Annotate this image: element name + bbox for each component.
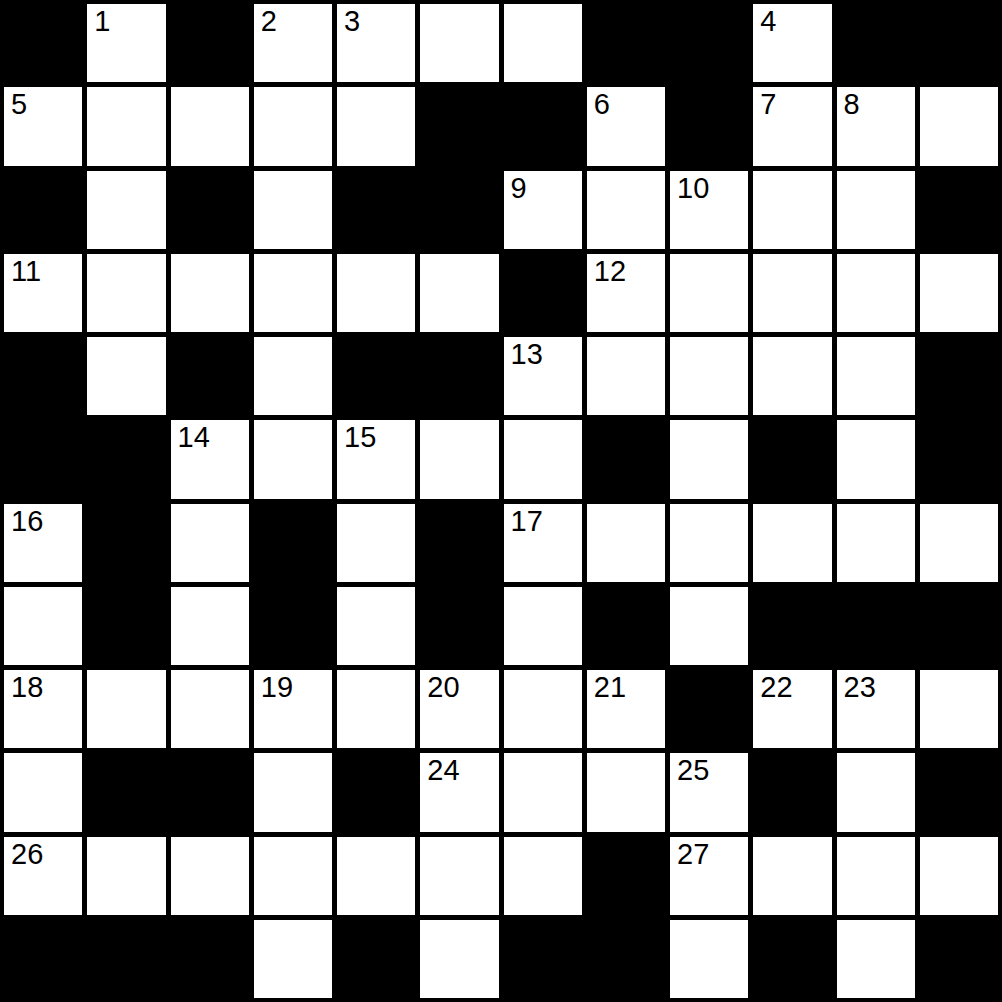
- cell-r5-c5[interactable]: [420, 420, 498, 498]
- cell-r5-c6[interactable]: [504, 420, 582, 498]
- cell-r9-c5[interactable]: 24: [420, 753, 498, 831]
- cell-r0-c7: [587, 4, 665, 82]
- clue-number: 8: [844, 87, 860, 122]
- crossword-board: 1234567891011121314151617181920212223242…: [0, 0, 1002, 1002]
- cell-r0-c5[interactable]: [420, 4, 498, 82]
- cell-r6-c2[interactable]: [171, 504, 249, 582]
- cell-r8-c7[interactable]: 21: [587, 670, 665, 748]
- cell-r3-c4[interactable]: [337, 254, 415, 332]
- cell-r9-c9: [753, 753, 831, 831]
- cell-r11-c11: [920, 920, 998, 998]
- cell-r2-c1[interactable]: [87, 171, 165, 249]
- cell-r1-c9[interactable]: 7: [753, 87, 831, 165]
- cell-r1-c6: [504, 87, 582, 165]
- cell-r7-c5: [420, 587, 498, 665]
- cell-r4-c1[interactable]: [87, 337, 165, 415]
- clue-number: 3: [344, 4, 360, 39]
- cell-r2-c11: [920, 171, 998, 249]
- cell-r3-c11[interactable]: [920, 254, 998, 332]
- clue-number: 2: [261, 4, 277, 39]
- cell-r4-c8[interactable]: [670, 337, 748, 415]
- cell-r4-c5: [420, 337, 498, 415]
- cell-r3-c0[interactable]: 11: [4, 254, 82, 332]
- cell-r1-c10[interactable]: 8: [837, 87, 915, 165]
- cell-r3-c8[interactable]: [670, 254, 748, 332]
- clue-number: 17: [511, 504, 543, 539]
- cell-r6-c5: [420, 504, 498, 582]
- cell-r9-c4: [337, 753, 415, 831]
- cell-r9-c10[interactable]: [837, 753, 915, 831]
- cell-r11-c3[interactable]: [254, 920, 332, 998]
- cell-r11-c7: [587, 920, 665, 998]
- cell-r0-c3[interactable]: 2: [254, 4, 332, 82]
- clue-number: 9: [511, 171, 527, 206]
- cell-r9-c6[interactable]: [504, 753, 582, 831]
- cell-r2-c4: [337, 171, 415, 249]
- cell-r4-c6[interactable]: 13: [504, 337, 582, 415]
- cell-r10-c7: [587, 837, 665, 915]
- cell-r10-c10[interactable]: [837, 837, 915, 915]
- cell-r9-c3[interactable]: [254, 753, 332, 831]
- cell-r4-c10[interactable]: [837, 337, 915, 415]
- cell-r2-c3[interactable]: [254, 171, 332, 249]
- clue-number: 7: [760, 87, 776, 122]
- cell-r11-c8[interactable]: [670, 920, 748, 998]
- cell-r5-c3[interactable]: [254, 420, 332, 498]
- cell-r1-c11[interactable]: [920, 87, 998, 165]
- clue-number: 13: [511, 337, 543, 372]
- cell-r11-c5[interactable]: [420, 920, 498, 998]
- cell-r5-c1: [87, 420, 165, 498]
- cell-r6-c0[interactable]: 16: [4, 504, 82, 582]
- cell-r11-c1: [87, 920, 165, 998]
- cell-r5-c4[interactable]: 15: [337, 420, 415, 498]
- cell-r7-c1: [87, 587, 165, 665]
- cell-r10-c8[interactable]: 27: [670, 837, 748, 915]
- cell-r1-c0[interactable]: 5: [4, 87, 82, 165]
- clue-number: 6: [594, 87, 610, 122]
- cell-r7-c9: [753, 587, 831, 665]
- cell-r10-c6[interactable]: [504, 837, 582, 915]
- cell-r7-c4[interactable]: [337, 587, 415, 665]
- cell-r3-c3[interactable]: [254, 254, 332, 332]
- cell-r0-c8: [670, 4, 748, 82]
- clue-number: 4: [760, 4, 776, 39]
- cell-r8-c4[interactable]: [337, 670, 415, 748]
- cell-r9-c1: [87, 753, 165, 831]
- cell-r8-c6[interactable]: [504, 670, 582, 748]
- cell-r9-c0[interactable]: [4, 753, 82, 831]
- cell-r7-c7: [587, 587, 665, 665]
- cell-r9-c11: [920, 753, 998, 831]
- cell-r8-c10[interactable]: 23: [837, 670, 915, 748]
- cell-r4-c2: [171, 337, 249, 415]
- cell-r0-c11: [920, 4, 998, 82]
- cell-r1-c2[interactable]: [171, 87, 249, 165]
- cell-r7-c10: [837, 587, 915, 665]
- clue-number: 22: [760, 670, 792, 705]
- cell-r8-c8: [670, 670, 748, 748]
- cell-r7-c3: [254, 587, 332, 665]
- cell-r5-c7: [587, 420, 665, 498]
- cell-r4-c3[interactable]: [254, 337, 332, 415]
- cell-r11-c9: [753, 920, 831, 998]
- cell-r6-c4[interactable]: [337, 504, 415, 582]
- cell-r0-c0: [4, 4, 82, 82]
- cell-r7-c11: [920, 587, 998, 665]
- cell-r3-c6: [504, 254, 582, 332]
- cell-r4-c9[interactable]: [753, 337, 831, 415]
- cell-r0-c10: [837, 4, 915, 82]
- cell-r2-c9[interactable]: [753, 171, 831, 249]
- cell-r10-c1[interactable]: [87, 837, 165, 915]
- clue-number: 18: [11, 670, 43, 705]
- cell-r3-c10[interactable]: [837, 254, 915, 332]
- cell-r2-c2: [171, 171, 249, 249]
- cell-r1-c1[interactable]: [87, 87, 165, 165]
- cell-r6-c6[interactable]: 17: [504, 504, 582, 582]
- cell-r8-c5[interactable]: 20: [420, 670, 498, 748]
- cell-r2-c10[interactable]: [837, 171, 915, 249]
- clue-number: 25: [677, 753, 709, 788]
- cell-r3-c7[interactable]: 12: [587, 254, 665, 332]
- cell-r6-c3: [254, 504, 332, 582]
- cell-r9-c2: [171, 753, 249, 831]
- cell-r5-c9: [753, 420, 831, 498]
- clue-number: 5: [11, 87, 27, 122]
- cell-r6-c8[interactable]: [670, 504, 748, 582]
- cell-r1-c3[interactable]: [254, 87, 332, 165]
- cell-r5-c8[interactable]: [670, 420, 748, 498]
- cell-r5-c0: [4, 420, 82, 498]
- clue-number: 21: [594, 670, 626, 705]
- cell-r6-c10[interactable]: [837, 504, 915, 582]
- cell-r1-c5: [420, 87, 498, 165]
- cell-r8-c11[interactable]: [920, 670, 998, 748]
- clue-number: 20: [427, 670, 459, 705]
- cell-r4-c0: [4, 337, 82, 415]
- cell-r3-c1[interactable]: [87, 254, 165, 332]
- cell-r3-c9[interactable]: [753, 254, 831, 332]
- cell-r10-c11[interactable]: [920, 837, 998, 915]
- clue-number: 14: [178, 420, 210, 455]
- cell-r8-c2[interactable]: [171, 670, 249, 748]
- clue-number: 19: [261, 670, 293, 705]
- cell-r6-c9[interactable]: [753, 504, 831, 582]
- cell-r10-c9[interactable]: [753, 837, 831, 915]
- cell-r10-c2[interactable]: [171, 837, 249, 915]
- cell-r8-c1[interactable]: [87, 670, 165, 748]
- cell-r4-c11: [920, 337, 998, 415]
- cell-r6-c11[interactable]: [920, 504, 998, 582]
- clue-number: 10: [677, 171, 709, 206]
- clue-number: 27: [677, 837, 709, 872]
- cell-r10-c0[interactable]: 26: [4, 837, 82, 915]
- cell-r11-c10[interactable]: [837, 920, 915, 998]
- cell-r11-c6: [504, 920, 582, 998]
- cell-r0-c9[interactable]: 4: [753, 4, 831, 82]
- cell-r8-c0[interactable]: 18: [4, 670, 82, 748]
- cell-r11-c2: [171, 920, 249, 998]
- cell-r5-c11: [920, 420, 998, 498]
- cell-r2-c7[interactable]: [587, 171, 665, 249]
- cell-r9-c8[interactable]: 25: [670, 753, 748, 831]
- cell-r2-c0: [4, 171, 82, 249]
- cell-r7-c6[interactable]: [504, 587, 582, 665]
- cell-r5-c10[interactable]: [837, 420, 915, 498]
- cell-r8-c3[interactable]: 19: [254, 670, 332, 748]
- clue-number: 1: [94, 4, 110, 39]
- clue-number: 15: [344, 420, 376, 455]
- cell-r8-c9[interactable]: 22: [753, 670, 831, 748]
- cell-r2-c6[interactable]: 9: [504, 171, 582, 249]
- clue-number: 23: [844, 670, 876, 705]
- cell-r1-c4[interactable]: [337, 87, 415, 165]
- cell-r10-c4[interactable]: [337, 837, 415, 915]
- cell-r4-c4: [337, 337, 415, 415]
- cell-r3-c2[interactable]: [171, 254, 249, 332]
- cell-r5-c2[interactable]: 14: [171, 420, 249, 498]
- cell-r7-c8[interactable]: [670, 587, 748, 665]
- clue-number: 26: [11, 837, 43, 872]
- clue-number: 12: [594, 254, 626, 289]
- cell-r2-c5: [420, 171, 498, 249]
- cell-r10-c5[interactable]: [420, 837, 498, 915]
- cell-r6-c7[interactable]: [587, 504, 665, 582]
- clue-number: 16: [11, 504, 43, 539]
- cell-r0-c1[interactable]: 1: [87, 4, 165, 82]
- cell-r4-c7[interactable]: [587, 337, 665, 415]
- cell-r7-c2[interactable]: [171, 587, 249, 665]
- cell-r9-c7[interactable]: [587, 753, 665, 831]
- cell-r2-c8[interactable]: 10: [670, 171, 748, 249]
- clue-number: 11: [11, 254, 41, 289]
- clue-number: 24: [427, 753, 459, 788]
- cell-r6-c1: [87, 504, 165, 582]
- cell-r7-c0[interactable]: [4, 587, 82, 665]
- cell-r10-c3[interactable]: [254, 837, 332, 915]
- cell-r0-c2: [171, 4, 249, 82]
- cell-r11-c4: [337, 920, 415, 998]
- cell-r1-c8: [670, 87, 748, 165]
- cell-r11-c0: [4, 920, 82, 998]
- cell-r3-c5[interactable]: [420, 254, 498, 332]
- cell-r1-c7[interactable]: 6: [587, 87, 665, 165]
- cell-r0-c4[interactable]: 3: [337, 4, 415, 82]
- cell-r0-c6[interactable]: [504, 4, 582, 82]
